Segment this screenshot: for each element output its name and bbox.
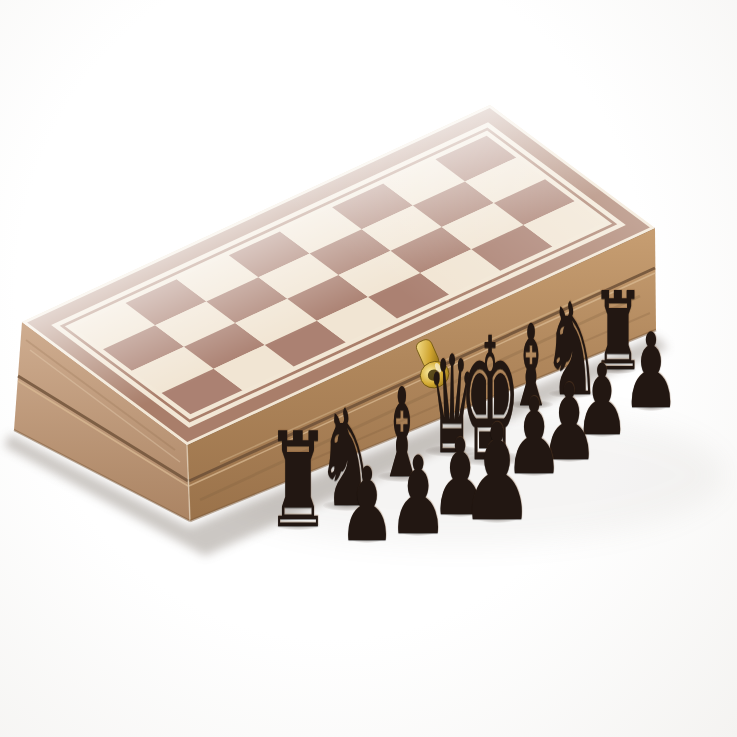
- chess-piece-rook: ♜: [266, 415, 329, 546]
- chess-piece-pawn: ♟: [339, 454, 396, 556]
- chess-piece-pawn: ♟: [460, 406, 534, 539]
- product-photo: ♜♞♝♟♟♛♚♟♟♝♞♟♟♜♟♟: [0, 0, 737, 737]
- chess-piece-pawn: ♟: [622, 320, 680, 424]
- pieces-layer: ♜♞♝♟♟♛♚♟♟♝♞♟♟♜♟♟: [0, 0, 737, 737]
- chess-piece-pawn: ♟: [388, 442, 448, 549]
